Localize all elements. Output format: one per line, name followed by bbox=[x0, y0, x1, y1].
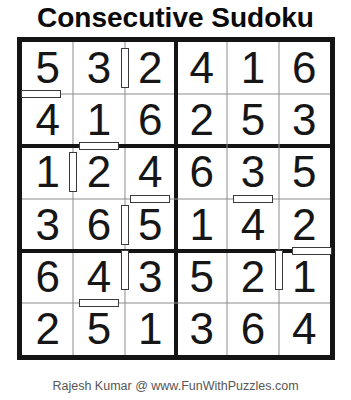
grid-line-horizontal bbox=[22, 249, 330, 253]
cell-r6c2[interactable]: 5 bbox=[73, 303, 124, 355]
cell-r3c6[interactable]: 5 bbox=[279, 146, 330, 198]
cell-r2c1[interactable]: 4 bbox=[22, 94, 73, 146]
consecutive-marker bbox=[69, 152, 77, 192]
cell-r6c5[interactable]: 6 bbox=[227, 303, 278, 355]
consecutive-marker bbox=[121, 48, 129, 88]
sudoku-grid: 532416416253124635365142643521251364 bbox=[22, 42, 330, 355]
cell-r3c1[interactable]: 1 bbox=[22, 146, 73, 198]
consecutive-marker bbox=[79, 142, 119, 150]
consecutive-marker bbox=[292, 247, 332, 255]
cell-r3c4[interactable]: 6 bbox=[176, 146, 227, 198]
cell-r4c5[interactable]: 4 bbox=[227, 199, 278, 251]
cell-r4c4[interactable]: 1 bbox=[176, 199, 227, 251]
consecutive-marker bbox=[121, 205, 129, 245]
cell-r4c1[interactable]: 3 bbox=[22, 199, 73, 251]
cell-r1c2[interactable]: 3 bbox=[73, 42, 124, 94]
cell-r1c1[interactable]: 5 bbox=[22, 42, 73, 94]
grid-line-vertical bbox=[278, 42, 279, 355]
cell-r6c3[interactable]: 1 bbox=[125, 303, 176, 355]
consecutive-marker bbox=[130, 195, 170, 203]
cell-r4c3[interactable]: 5 bbox=[125, 199, 176, 251]
grid-line-horizontal bbox=[22, 302, 330, 303]
cell-r6c1[interactable]: 2 bbox=[22, 303, 73, 355]
cell-r3c3[interactable]: 4 bbox=[125, 146, 176, 198]
cell-r1c3[interactable]: 2 bbox=[125, 42, 176, 94]
page-title: Consecutive Sudoku bbox=[0, 0, 351, 36]
cell-r1c5[interactable]: 1 bbox=[227, 42, 278, 94]
consecutive-marker bbox=[79, 299, 119, 307]
cell-r5c3[interactable]: 3 bbox=[125, 251, 176, 303]
consecutive-marker bbox=[21, 90, 61, 98]
cell-r3c2[interactable]: 2 bbox=[73, 146, 124, 198]
cell-r1c6[interactable]: 6 bbox=[279, 42, 330, 94]
cell-r5c1[interactable]: 6 bbox=[22, 251, 73, 303]
cell-r5c5[interactable]: 2 bbox=[227, 251, 278, 303]
cell-r2c3[interactable]: 6 bbox=[125, 94, 176, 146]
cell-r2c5[interactable]: 5 bbox=[227, 94, 278, 146]
cell-r6c4[interactable]: 3 bbox=[176, 303, 227, 355]
cell-r3c5[interactable]: 3 bbox=[227, 146, 278, 198]
consecutive-marker bbox=[233, 195, 273, 203]
cell-r2c2[interactable]: 1 bbox=[73, 94, 124, 146]
cell-r4c2[interactable]: 6 bbox=[73, 199, 124, 251]
cell-r5c4[interactable]: 5 bbox=[176, 251, 227, 303]
cell-r5c6[interactable]: 1 bbox=[279, 251, 330, 303]
cell-r2c4[interactable]: 2 bbox=[176, 94, 227, 146]
cell-r2c6[interactable]: 3 bbox=[279, 94, 330, 146]
grid-line-vertical bbox=[227, 42, 228, 355]
credit-line: Rajesh Kumar @ www.FunWithPuzzles.com bbox=[0, 379, 351, 393]
consecutive-marker bbox=[121, 250, 129, 290]
cell-r5c2[interactable]: 4 bbox=[73, 251, 124, 303]
cell-r4c6[interactable]: 2 bbox=[279, 199, 330, 251]
cell-r1c4[interactable]: 4 bbox=[176, 42, 227, 94]
grid-line-horizontal bbox=[22, 198, 330, 199]
sudoku-board: 532416416253124635365142643521251364 bbox=[17, 37, 335, 360]
cell-r6c6[interactable]: 4 bbox=[279, 303, 330, 355]
consecutive-marker bbox=[275, 250, 283, 290]
